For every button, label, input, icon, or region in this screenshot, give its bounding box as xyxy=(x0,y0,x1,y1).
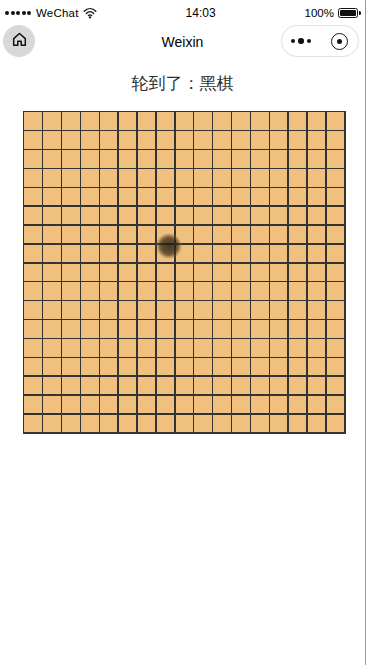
board-cell[interactable] xyxy=(194,320,212,338)
board-cell[interactable] xyxy=(232,226,250,244)
board-cell[interactable] xyxy=(24,358,42,376)
board-cell[interactable] xyxy=(100,339,118,357)
board-cell[interactable] xyxy=(62,226,80,244)
board-cell[interactable] xyxy=(62,131,80,149)
signal-carrier-group: WeChat xyxy=(5,7,97,19)
board-cell[interactable] xyxy=(81,264,99,282)
exit-circle-icon xyxy=(331,33,348,50)
board-cell[interactable] xyxy=(194,207,212,225)
board-cell[interactable] xyxy=(251,245,269,263)
board-cell[interactable] xyxy=(270,320,288,338)
board-cell[interactable] xyxy=(62,150,80,168)
board-cell[interactable] xyxy=(213,207,231,225)
board-cell[interactable] xyxy=(251,150,269,168)
board-cell[interactable] xyxy=(24,301,42,319)
board-cell[interactable] xyxy=(327,301,345,319)
board-cell[interactable] xyxy=(119,112,137,130)
board-cell[interactable] xyxy=(308,150,326,168)
board-cell[interactable] xyxy=(251,301,269,319)
board-cell[interactable] xyxy=(100,169,118,187)
exit-button[interactable] xyxy=(320,26,358,56)
board-cell[interactable] xyxy=(308,264,326,282)
board-cell[interactable] xyxy=(81,226,99,244)
board-cell[interactable] xyxy=(308,396,326,414)
board-cell[interactable] xyxy=(327,320,345,338)
board-cell[interactable] xyxy=(308,282,326,300)
board-cell[interactable] xyxy=(81,112,99,130)
board-cell[interactable] xyxy=(24,169,42,187)
board-cell[interactable] xyxy=(308,377,326,395)
board-cell[interactable] xyxy=(270,358,288,376)
board-cell[interactable] xyxy=(232,245,250,263)
board-cell[interactable] xyxy=(251,396,269,414)
board-cell[interactable] xyxy=(138,282,156,300)
wifi-icon xyxy=(83,7,97,19)
board-cell[interactable] xyxy=(138,245,156,263)
board-cell[interactable] xyxy=(251,188,269,206)
board-cell[interactable] xyxy=(213,415,231,433)
board-cell[interactable] xyxy=(24,131,42,149)
board-cell[interactable] xyxy=(232,169,250,187)
board-cell[interactable] xyxy=(81,245,99,263)
board-cell[interactable] xyxy=(327,207,345,225)
board-cell[interactable] xyxy=(308,301,326,319)
board-cell[interactable] xyxy=(100,131,118,149)
board-cell[interactable] xyxy=(62,415,80,433)
board-cell[interactable] xyxy=(270,131,288,149)
status-bar: WeChat 14:03 100% xyxy=(0,0,365,22)
board-cell[interactable] xyxy=(327,396,345,414)
board-cell[interactable] xyxy=(251,207,269,225)
board-cell[interactable] xyxy=(251,131,269,149)
board-cell[interactable] xyxy=(213,264,231,282)
device-frame-right-border xyxy=(365,0,366,665)
board-cell[interactable] xyxy=(194,245,212,263)
board-cell[interactable] xyxy=(24,396,42,414)
board-cell[interactable] xyxy=(81,339,99,357)
board-cell[interactable] xyxy=(270,339,288,357)
board-cell[interactable] xyxy=(100,245,118,263)
board-cell[interactable] xyxy=(119,358,137,376)
board-cell[interactable] xyxy=(24,245,42,263)
board-cell[interactable] xyxy=(194,131,212,149)
board-cell[interactable] xyxy=(327,169,345,187)
board-cell[interactable] xyxy=(194,339,212,357)
board-cell[interactable] xyxy=(194,358,212,376)
board-cell[interactable] xyxy=(232,377,250,395)
board-cell[interactable] xyxy=(213,169,231,187)
board-cell[interactable] xyxy=(100,358,118,376)
board-cell[interactable] xyxy=(43,396,61,414)
board-cell[interactable] xyxy=(176,150,194,168)
board-cell[interactable] xyxy=(213,339,231,357)
board-cell[interactable] xyxy=(194,282,212,300)
board-cell[interactable] xyxy=(176,301,194,319)
board-cell[interactable] xyxy=(176,226,194,244)
board-cell[interactable] xyxy=(62,301,80,319)
battery-percent: 100% xyxy=(305,7,334,19)
board-cell[interactable] xyxy=(251,320,269,338)
board-cell[interactable] xyxy=(232,207,250,225)
board-cell[interactable] xyxy=(308,415,326,433)
board-cell[interactable] xyxy=(308,112,326,130)
board-cell[interactable] xyxy=(270,188,288,206)
board-cell[interactable] xyxy=(119,377,137,395)
board-cell[interactable] xyxy=(289,320,307,338)
board-cell[interactable] xyxy=(157,415,175,433)
board-cell[interactable] xyxy=(327,131,345,149)
board-cell[interactable] xyxy=(100,415,118,433)
board-cell[interactable] xyxy=(213,245,231,263)
board-cell[interactable] xyxy=(232,264,250,282)
board-cell[interactable] xyxy=(24,264,42,282)
board-cell[interactable] xyxy=(100,301,118,319)
board-cell[interactable] xyxy=(289,396,307,414)
board-cell[interactable] xyxy=(157,396,175,414)
board-cell[interactable] xyxy=(138,131,156,149)
board-cell[interactable] xyxy=(270,150,288,168)
board-cell[interactable] xyxy=(138,112,156,130)
board-cell[interactable] xyxy=(43,245,61,263)
board-cell[interactable] xyxy=(138,226,156,244)
board-cell[interactable] xyxy=(270,264,288,282)
board-cell[interactable] xyxy=(289,264,307,282)
board-cell[interactable] xyxy=(157,112,175,130)
board-cell[interactable] xyxy=(119,169,137,187)
board-cell[interactable] xyxy=(213,226,231,244)
board-cell[interactable] xyxy=(138,264,156,282)
board-cell[interactable] xyxy=(232,282,250,300)
board-cell[interactable] xyxy=(100,377,118,395)
board-cell[interactable] xyxy=(213,358,231,376)
board-cell[interactable] xyxy=(81,188,99,206)
board-cell[interactable] xyxy=(232,339,250,357)
board-cell[interactable] xyxy=(100,226,118,244)
board-cell[interactable] xyxy=(327,226,345,244)
board-cell[interactable] xyxy=(43,112,61,130)
board-cell[interactable] xyxy=(194,226,212,244)
more-button[interactable] xyxy=(282,26,320,56)
board-cell[interactable] xyxy=(62,264,80,282)
board-cell[interactable] xyxy=(308,320,326,338)
board-cell[interactable] xyxy=(176,169,194,187)
board-cell[interactable] xyxy=(289,301,307,319)
board-cell[interactable] xyxy=(289,282,307,300)
board-cell[interactable] xyxy=(43,377,61,395)
board-cell[interactable] xyxy=(157,131,175,149)
board-cell[interactable] xyxy=(176,358,194,376)
board-cell[interactable] xyxy=(213,131,231,149)
board-cell[interactable] xyxy=(251,264,269,282)
board[interactable] xyxy=(23,111,346,434)
board-cell[interactable] xyxy=(157,320,175,338)
board-cell[interactable] xyxy=(43,169,61,187)
board-cell[interactable] xyxy=(270,226,288,244)
board-cell[interactable] xyxy=(194,396,212,414)
board-cell[interactable] xyxy=(100,264,118,282)
board-cell[interactable] xyxy=(24,282,42,300)
board-cell[interactable] xyxy=(100,396,118,414)
board-cell[interactable] xyxy=(213,301,231,319)
board-cell[interactable] xyxy=(81,377,99,395)
board-cell[interactable] xyxy=(327,282,345,300)
board-cell[interactable] xyxy=(119,301,137,319)
board-cell[interactable] xyxy=(289,358,307,376)
board-cell[interactable] xyxy=(138,169,156,187)
board-cell[interactable] xyxy=(194,169,212,187)
board-cell[interactable] xyxy=(138,150,156,168)
turn-indicator: 轮到了：黑棋 xyxy=(0,74,365,94)
board-cell[interactable] xyxy=(157,264,175,282)
board-cell[interactable] xyxy=(251,339,269,357)
board-cell[interactable] xyxy=(232,358,250,376)
board-cell[interactable] xyxy=(289,415,307,433)
board-cell[interactable] xyxy=(43,415,61,433)
board-cell[interactable] xyxy=(81,415,99,433)
board-cell[interactable] xyxy=(119,415,137,433)
board-cell[interactable] xyxy=(176,339,194,357)
board-cell[interactable] xyxy=(100,112,118,130)
board-cell[interactable] xyxy=(138,415,156,433)
board-cell[interactable] xyxy=(43,188,61,206)
board-cell[interactable] xyxy=(138,358,156,376)
board-cell[interactable] xyxy=(43,150,61,168)
board-cell[interactable] xyxy=(43,339,61,357)
board-cell[interactable] xyxy=(62,188,80,206)
board-cell[interactable] xyxy=(308,339,326,357)
board-cell[interactable] xyxy=(24,339,42,357)
board-cell[interactable] xyxy=(289,112,307,130)
board-cell[interactable] xyxy=(308,245,326,263)
board-cell[interactable] xyxy=(232,112,250,130)
board-cell[interactable] xyxy=(327,339,345,357)
board-cell[interactable] xyxy=(176,188,194,206)
board-cell[interactable] xyxy=(81,150,99,168)
board-cell[interactable] xyxy=(232,415,250,433)
board-cell[interactable] xyxy=(213,282,231,300)
board-cell[interactable] xyxy=(43,131,61,149)
board-cell[interactable] xyxy=(232,150,250,168)
board-cell[interactable] xyxy=(308,226,326,244)
board-cell[interactable] xyxy=(308,188,326,206)
board-cell[interactable] xyxy=(138,207,156,225)
board-cell[interactable] xyxy=(43,358,61,376)
board-cell[interactable] xyxy=(251,282,269,300)
board-cell[interactable] xyxy=(24,415,42,433)
board-cell[interactable] xyxy=(43,320,61,338)
board-cell[interactable] xyxy=(308,358,326,376)
board-cell[interactable] xyxy=(194,112,212,130)
board-cell[interactable] xyxy=(119,264,137,282)
board-cell[interactable] xyxy=(157,226,175,244)
board-cell[interactable] xyxy=(138,301,156,319)
board-cell[interactable] xyxy=(81,169,99,187)
board-cell[interactable] xyxy=(308,131,326,149)
board-cell[interactable] xyxy=(119,188,137,206)
board-cell[interactable] xyxy=(157,301,175,319)
board-cell[interactable] xyxy=(176,396,194,414)
board-cell[interactable] xyxy=(213,320,231,338)
board-cell[interactable] xyxy=(213,150,231,168)
board-cell[interactable] xyxy=(270,282,288,300)
board-cell[interactable] xyxy=(62,396,80,414)
board-cell[interactable] xyxy=(289,131,307,149)
board-cell[interactable] xyxy=(327,377,345,395)
board-cell[interactable] xyxy=(138,339,156,357)
board-cell[interactable] xyxy=(157,207,175,225)
board-cell[interactable] xyxy=(232,320,250,338)
board-cell[interactable] xyxy=(62,207,80,225)
board-cell[interactable] xyxy=(81,358,99,376)
board-cell[interactable] xyxy=(81,131,99,149)
board-cell[interactable] xyxy=(232,396,250,414)
board-cell[interactable] xyxy=(81,207,99,225)
board-cell[interactable] xyxy=(176,245,194,263)
board-cell[interactable] xyxy=(327,188,345,206)
board-cell[interactable] xyxy=(270,245,288,263)
board-cell[interactable] xyxy=(157,282,175,300)
board-cell[interactable] xyxy=(176,415,194,433)
board-cell[interactable] xyxy=(213,377,231,395)
board-cell[interactable] xyxy=(119,226,137,244)
board-cell[interactable] xyxy=(232,131,250,149)
board-cell[interactable] xyxy=(43,226,61,244)
board-cell[interactable] xyxy=(24,320,42,338)
board-cell[interactable] xyxy=(119,320,137,338)
board-cell[interactable] xyxy=(157,245,175,263)
board-cell[interactable] xyxy=(100,150,118,168)
board-cell[interactable] xyxy=(289,339,307,357)
board-cell[interactable] xyxy=(100,207,118,225)
board-cell[interactable] xyxy=(270,169,288,187)
board-cell[interactable] xyxy=(100,320,118,338)
board-cell[interactable] xyxy=(327,112,345,130)
board-cell[interactable] xyxy=(289,150,307,168)
board-cell[interactable] xyxy=(251,377,269,395)
board-cell[interactable] xyxy=(81,301,99,319)
board-cell[interactable] xyxy=(251,415,269,433)
board-cell[interactable] xyxy=(176,112,194,130)
board-cell[interactable] xyxy=(119,131,137,149)
board-cell[interactable] xyxy=(270,396,288,414)
board-cell[interactable] xyxy=(251,169,269,187)
board-cell[interactable] xyxy=(176,131,194,149)
board-cell[interactable] xyxy=(81,320,99,338)
board-cell[interactable] xyxy=(270,112,288,130)
board-cell[interactable] xyxy=(62,112,80,130)
board-cell[interactable] xyxy=(43,282,61,300)
board-cell[interactable] xyxy=(157,150,175,168)
board-cell[interactable] xyxy=(176,207,194,225)
board-cell[interactable] xyxy=(194,188,212,206)
board-cell[interactable] xyxy=(62,320,80,338)
board-cell[interactable] xyxy=(62,377,80,395)
board-cell[interactable] xyxy=(24,112,42,130)
board-cell[interactable] xyxy=(327,264,345,282)
board-cell[interactable] xyxy=(157,169,175,187)
board-cell[interactable] xyxy=(119,282,137,300)
board-cell[interactable] xyxy=(24,226,42,244)
board-cell[interactable] xyxy=(157,377,175,395)
board-cell[interactable] xyxy=(157,358,175,376)
board-cell[interactable] xyxy=(270,207,288,225)
board-cell[interactable] xyxy=(43,207,61,225)
board-cell[interactable] xyxy=(327,358,345,376)
board-cell[interactable] xyxy=(327,150,345,168)
board-cell[interactable] xyxy=(289,188,307,206)
board-cell[interactable] xyxy=(270,301,288,319)
board-cell[interactable] xyxy=(81,282,99,300)
board-cell[interactable] xyxy=(232,188,250,206)
board-cell[interactable] xyxy=(138,396,156,414)
board-cell[interactable] xyxy=(327,245,345,263)
board-cell[interactable] xyxy=(308,207,326,225)
board-cell[interactable] xyxy=(24,207,42,225)
board-cell[interactable] xyxy=(213,188,231,206)
board-cell[interactable] xyxy=(138,377,156,395)
board-cell[interactable] xyxy=(62,282,80,300)
board-cell[interactable] xyxy=(289,245,307,263)
board-cell[interactable] xyxy=(81,396,99,414)
board-cell[interactable] xyxy=(194,264,212,282)
board-cell[interactable] xyxy=(62,358,80,376)
board-cell[interactable] xyxy=(24,150,42,168)
board-cell[interactable] xyxy=(289,169,307,187)
board-cell[interactable] xyxy=(194,301,212,319)
board-cell[interactable] xyxy=(327,415,345,433)
board-cell[interactable] xyxy=(194,377,212,395)
board-cell[interactable] xyxy=(119,207,137,225)
board-cell[interactable] xyxy=(213,112,231,130)
board-cell[interactable] xyxy=(119,339,137,357)
board-cell[interactable] xyxy=(24,377,42,395)
board-cell[interactable] xyxy=(308,169,326,187)
board-cell[interactable] xyxy=(270,377,288,395)
board-cell[interactable] xyxy=(289,377,307,395)
board-cell[interactable] xyxy=(251,358,269,376)
board-cell[interactable] xyxy=(289,207,307,225)
board-cell[interactable] xyxy=(251,226,269,244)
board-cell[interactable] xyxy=(251,112,269,130)
board-cell[interactable] xyxy=(62,339,80,357)
battery-group: 100% xyxy=(305,7,361,19)
board-cell[interactable] xyxy=(194,150,212,168)
board-cell[interactable] xyxy=(270,415,288,433)
board-cell[interactable] xyxy=(194,415,212,433)
board-cell[interactable] xyxy=(100,282,118,300)
board-cell[interactable] xyxy=(138,188,156,206)
board-cell[interactable] xyxy=(24,188,42,206)
board-cell[interactable] xyxy=(157,188,175,206)
board-cell[interactable] xyxy=(119,245,137,263)
board-cell[interactable] xyxy=(100,188,118,206)
board-cell[interactable] xyxy=(62,245,80,263)
board-cell[interactable] xyxy=(232,301,250,319)
board-cell[interactable] xyxy=(138,320,156,338)
board-cell[interactable] xyxy=(119,396,137,414)
board-cell[interactable] xyxy=(119,150,137,168)
board-cell[interactable] xyxy=(176,282,194,300)
board-cell[interactable] xyxy=(43,301,61,319)
board-cell[interactable] xyxy=(176,377,194,395)
board-cell[interactable] xyxy=(176,264,194,282)
board-cell[interactable] xyxy=(176,320,194,338)
board-cell[interactable] xyxy=(213,396,231,414)
board-cell[interactable] xyxy=(289,226,307,244)
board-cell[interactable] xyxy=(157,339,175,357)
board-cell[interactable] xyxy=(43,264,61,282)
board-cell[interactable] xyxy=(62,169,80,187)
